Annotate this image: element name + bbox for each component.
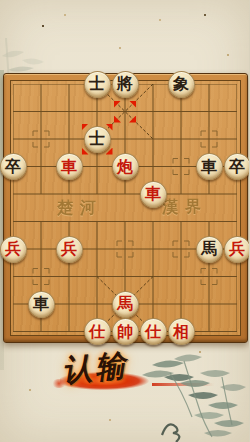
piece-black-soldier[interactable]: 卒 [224, 153, 250, 180]
resign-button-label: 认输 [60, 345, 129, 392]
piece-black-soldier[interactable]: 卒 [0, 153, 27, 180]
piece-black-advisor[interactable]: 士 [84, 126, 111, 153]
piece-red-horse[interactable]: 馬 [112, 291, 139, 318]
app-root: 楚河 漢界 士將象士卒車炮車卒車兵兵馬兵車馬仕帥仕相 认输 [0, 0, 249, 442]
piece-grid: 士將象士卒車炮車卒車兵兵馬兵車馬仕帥仕相 [0, 70, 249, 345]
piece-red-chariot[interactable]: 車 [56, 153, 83, 180]
piece-black-horse[interactable]: 馬 [196, 236, 223, 263]
piece-black-chariot[interactable]: 車 [196, 153, 223, 180]
piece-black-general[interactable]: 將 [112, 71, 139, 98]
piece-red-advisor[interactable]: 仕 [140, 318, 167, 345]
piece-red-chariot[interactable]: 車 [140, 181, 167, 208]
xiangqi-board[interactable]: 楚河 漢界 士將象士卒車炮車卒車兵兵馬兵車馬仕帥仕相 [3, 73, 248, 343]
piece-black-advisor[interactable]: 士 [84, 71, 111, 98]
bird-stroke-decoration [162, 424, 179, 442]
piece-red-soldier[interactable]: 兵 [56, 236, 83, 263]
piece-red-advisor[interactable]: 仕 [84, 318, 111, 345]
piece-red-elephant[interactable]: 相 [168, 318, 195, 345]
piece-red-cannon[interactable]: 炮 [112, 153, 139, 180]
piece-red-soldier[interactable]: 兵 [224, 236, 250, 263]
piece-black-chariot[interactable]: 車 [28, 291, 55, 318]
piece-red-general[interactable]: 帥 [112, 318, 139, 345]
piece-red-soldier[interactable]: 兵 [0, 236, 27, 263]
bamboo-painting [134, 347, 249, 442]
piece-black-elephant[interactable]: 象 [168, 71, 195, 98]
